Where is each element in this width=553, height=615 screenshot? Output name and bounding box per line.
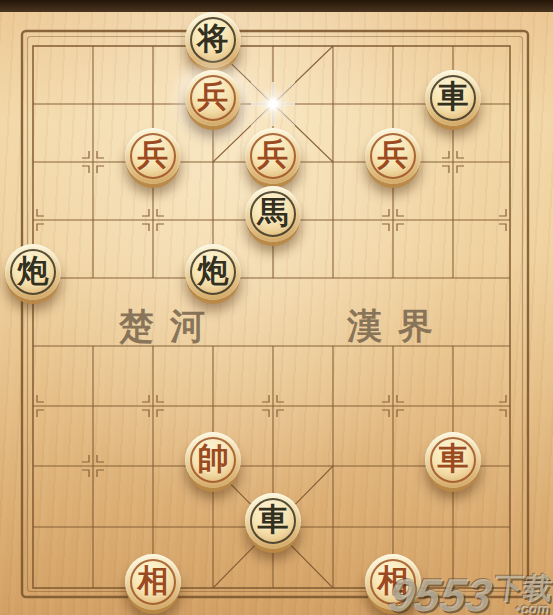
piece-glyph: 兵 <box>365 128 421 184</box>
watermark-domain: ⬩com <box>514 601 550 615</box>
watermark-numbers: 9553 <box>386 576 494 615</box>
piece-glyph: 馬 <box>245 186 301 242</box>
piece-glyph: 炮 <box>5 244 61 300</box>
piece-red-soldier-advanced[interactable]: 兵 <box>185 70 241 126</box>
piece-red-general[interactable]: 帥 <box>185 432 241 488</box>
piece-red-soldier-center[interactable]: 兵 <box>245 128 301 184</box>
piece-black-chariot-right[interactable]: 車 <box>425 70 481 126</box>
piece-black-horse[interactable]: 馬 <box>245 186 301 242</box>
piece-glyph: 相 <box>125 554 181 610</box>
piece-glyph: 兵 <box>245 128 301 184</box>
piece-red-soldier-right[interactable]: 兵 <box>365 128 421 184</box>
piece-black-cannon-edge[interactable]: 炮 <box>5 244 61 300</box>
xiangqi-app: 楚河 漢界 将兵車兵兵兵馬炮炮帥車車相相 9553 下载 ⬩com <box>0 0 553 615</box>
river-label-han: 漢界 <box>330 303 450 350</box>
watermark: 9553 下载 ⬩com <box>386 575 553 615</box>
watermark-word: 下载 <box>492 575 553 601</box>
river-label-chu: 楚河 <box>102 303 222 350</box>
piece-red-elephant-left[interactable]: 相 <box>125 554 181 610</box>
piece-glyph: 帥 <box>185 432 241 488</box>
piece-red-soldier-left[interactable]: 兵 <box>125 128 181 184</box>
piece-red-chariot[interactable]: 車 <box>425 432 481 488</box>
piece-glyph: 兵 <box>185 70 241 126</box>
piece-glyph: 車 <box>425 432 481 488</box>
piece-glyph: 炮 <box>185 244 241 300</box>
piece-glyph: 車 <box>425 70 481 126</box>
piece-black-chariot-palace[interactable]: 車 <box>245 493 301 549</box>
piece-glyph: 車 <box>245 493 301 549</box>
piece-glyph: 兵 <box>125 128 181 184</box>
piece-black-cannon-center[interactable]: 炮 <box>185 244 241 300</box>
